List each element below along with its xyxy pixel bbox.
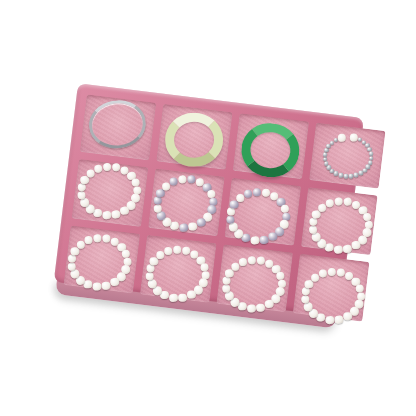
pearl-bead [256,303,265,312]
item-bangle-jade-green [238,120,302,181]
tray-cell-r3c2 [140,235,217,303]
item-bracelet-pearl-2 [303,192,378,258]
pearl-bead [146,264,155,273]
pearl-bead [225,291,234,300]
pearl-bead [187,290,196,299]
pearl-bead [325,199,334,208]
pearl-bead [196,218,205,227]
pearl-bead [327,267,336,276]
pearl-bead [178,293,187,302]
pearl-bead [164,247,173,256]
item-bracelet-pearl-6 [297,264,370,328]
pearl-bead [236,194,245,203]
tray-top-surface [54,83,364,317]
pearl-bead [70,269,79,278]
tray-cell-r2c3 [224,178,301,246]
silver-bead [354,173,359,178]
pearl-bead [83,280,92,289]
pearl-bead [311,233,320,242]
silver-bead [324,148,329,153]
pearl-bead [93,234,102,243]
pearl-bead [310,273,319,282]
item-bracelet-pearl-1 [72,158,147,224]
pearl-bead [301,287,310,296]
pearl-bead [325,315,334,324]
pearl-bead [316,313,325,322]
item-bangle-jade-pale [165,112,224,167]
pearl-bead [187,175,196,184]
tray-cell-r3c3 [216,244,293,312]
silver-bead [344,174,349,179]
silver-bead [358,171,363,176]
silver-bead [334,171,339,176]
item-bracelet-mixed-1 [147,169,224,237]
pearl-bead [84,236,93,245]
tray-cell-r2c2 [148,168,225,236]
item-cuff-silver-pearl [319,127,378,186]
tray-cell-r1c4 [309,123,386,189]
pearl-bead [156,251,165,260]
pearl-bead [169,177,178,186]
pearl-bead [111,209,120,218]
pearl-bead [253,188,262,197]
pearl-bead [334,315,343,324]
pearl-bead [226,207,235,216]
pearl-bead [318,269,327,278]
pearl-bead [94,164,103,173]
pearl-bead [247,256,256,265]
silver-bead [324,161,329,166]
pearl-bead [173,245,182,254]
jewelry-tray [52,83,364,331]
pearl-bead [178,175,187,184]
photo-stage [0,0,416,416]
pearl-bead [242,234,251,243]
pearl-bead [153,196,162,205]
pearl-bead [343,244,352,253]
pearl-bead [188,221,197,230]
pearl-bead [244,189,253,198]
pearl-bead [264,300,273,309]
cuff-pearl [338,134,346,142]
pearl-bead [309,217,318,226]
item-bracelet-pearl-3 [62,229,137,295]
pearl-bead [250,236,259,245]
pearl-bead [120,206,129,215]
silver-bead [326,165,331,170]
pearl-bead [325,243,334,252]
pearl-bead [148,280,157,289]
pearl-bead [229,223,238,232]
item-bracelet-pearl-4 [142,243,213,304]
pearl-bead [222,276,231,285]
item-bracelet-pearl-5 [216,251,291,317]
pearl-bead [268,232,277,241]
pearl-bead [102,210,111,219]
silver-bead [349,174,354,179]
silver-bead [323,152,328,157]
tray-cell-r3c1 [63,225,140,293]
pearl-bead [102,281,111,290]
pearl-bead [160,291,169,300]
item-bangle-silver [86,97,148,152]
pearl-bead [238,258,247,267]
pearl-bead [80,198,89,207]
pearl-bead [170,221,179,230]
silver-bead [362,168,367,173]
cuff-pearl [349,133,357,141]
pearl-bead [103,162,112,171]
tray-cell-r2c4 [301,187,378,255]
pearl-bead [93,208,102,217]
pearl-bead [260,235,269,244]
pearl-bead [179,223,188,232]
pearl-bead [343,312,352,321]
pearl-bead [169,293,178,302]
pearl-bead [351,241,360,250]
tray-cell-r1c1 [80,94,157,160]
pearl-bead [304,302,313,311]
tray-cell-r1c2 [156,104,233,170]
pearl-bead [67,254,76,263]
pearl-bead [334,197,343,206]
pearl-bead [334,245,343,254]
pearl-bead [238,302,247,311]
pearl-bead [247,304,256,313]
tray-cell-r3c4 [293,254,370,322]
item-bracelet-mixed-2 [222,184,295,248]
pearl-bead [92,282,101,291]
tray-cell-r2c1 [72,159,149,227]
tray-cell-r1c3 [233,113,310,179]
pearl-bead [77,183,86,192]
pearl-bead [110,278,119,287]
silver-bead [339,173,344,178]
